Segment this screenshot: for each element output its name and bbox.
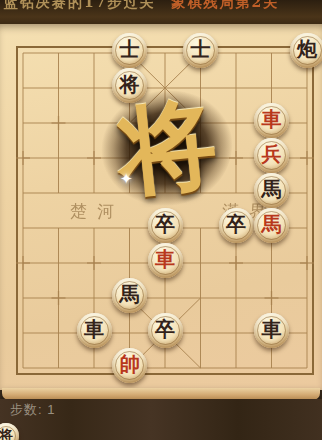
board-piece-black-車[interactable]: 車	[254, 313, 289, 348]
piece-char: 卒	[226, 207, 246, 242]
piece-char: 車	[84, 312, 104, 347]
piece-char: 車	[155, 242, 175, 277]
piece-char: 将	[120, 67, 140, 102]
board-piece-black-馬[interactable]: 馬	[254, 173, 289, 208]
piece-char: 卒	[155, 207, 175, 242]
board-piece-black-士[interactable]: 士	[112, 33, 147, 68]
xiangqi-app-screen: 蓝钻决赛的17步过关 象棋残局第2关 楚河 漢界 士士炮将車兵馬卒卒馬車馬車卒車…	[0, 0, 322, 440]
board-piece-black-士[interactable]: 士	[183, 33, 218, 68]
piece-char: 馬	[120, 277, 140, 312]
board-piece-black-卒[interactable]: 卒	[148, 208, 183, 243]
board-piece-black-車[interactable]: 車	[77, 313, 112, 348]
marquee-text-orange: 象棋残局第2关	[171, 0, 279, 10]
board-piece-red-帥[interactable]: 帥	[112, 348, 147, 383]
marquee-text-tan: 蓝钻决赛的17步过关	[4, 0, 155, 10]
piece-char: 馬	[262, 172, 282, 207]
piece-char: 士	[120, 32, 140, 67]
board-piece-black-炮[interactable]: 炮	[290, 33, 322, 68]
board-piece-red-兵[interactable]: 兵	[254, 138, 289, 173]
board-piece-black-将[interactable]: 将	[112, 68, 147, 103]
sparkle-icon: ✦	[120, 170, 133, 188]
board-piece-black-卒[interactable]: 卒	[219, 208, 254, 243]
board-piece-black-卒[interactable]: 卒	[148, 313, 183, 348]
board-piece-red-車[interactable]: 車	[254, 103, 289, 138]
xiangqi-board[interactable]: 楚河 漢界 士士炮将車兵馬卒卒馬車馬車卒車帥 将 ✦	[0, 24, 322, 390]
board-piece-black-馬[interactable]: 馬	[112, 278, 147, 313]
steps-label: 步数:	[10, 402, 43, 417]
piece-char: 兵	[262, 137, 282, 172]
piece-char: 卒	[155, 312, 175, 347]
top-marquee-bar: 蓝钻决赛的17步过关 象棋残局第2关	[0, 0, 322, 24]
corner-piece-char: 将	[0, 422, 13, 440]
piece-char: 馬	[262, 207, 282, 242]
marquee-text: 蓝钻决赛的17步过关 象棋残局第2关	[4, 0, 279, 12]
piece-char: 炮	[297, 32, 317, 67]
piece-char: 士	[191, 32, 211, 67]
river-label-left: 楚河	[70, 200, 124, 223]
board-piece-red-馬[interactable]: 馬	[254, 208, 289, 243]
steps-counter: 步数: 1	[10, 401, 55, 419]
piece-char: 車	[262, 312, 282, 347]
steps-value: 1	[47, 402, 55, 417]
piece-char: 帥	[120, 347, 140, 382]
board-piece-red-車[interactable]: 車	[148, 243, 183, 278]
piece-char: 車	[262, 102, 282, 137]
